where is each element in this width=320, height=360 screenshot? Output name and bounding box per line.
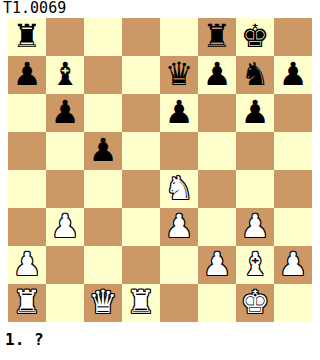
square-d8[interactable] <box>122 18 160 56</box>
white-pawn: ♟ <box>51 208 80 245</box>
white-knight: ♞ <box>165 170 194 207</box>
square-b6[interactable]: ♟ <box>46 94 84 132</box>
square-a5[interactable] <box>8 132 46 170</box>
black-pawn: ♟ <box>13 56 42 93</box>
square-c4[interactable] <box>84 170 122 208</box>
square-h2[interactable]: ♟ <box>274 246 312 284</box>
square-a2[interactable]: ♟ <box>8 246 46 284</box>
square-f6[interactable] <box>198 94 236 132</box>
white-bishop: ♝ <box>241 246 270 283</box>
square-h8[interactable] <box>274 18 312 56</box>
square-g4[interactable] <box>236 170 274 208</box>
black-pawn: ♟ <box>241 94 270 131</box>
square-c5[interactable]: ♟ <box>84 132 122 170</box>
black-rook: ♜ <box>13 18 42 55</box>
black-bishop: ♝ <box>51 56 80 93</box>
white-rook: ♜ <box>127 284 156 321</box>
square-f2[interactable]: ♟ <box>198 246 236 284</box>
square-a3[interactable] <box>8 208 46 246</box>
square-g6[interactable]: ♟ <box>236 94 274 132</box>
black-king: ♚ <box>241 18 270 55</box>
black-pawn: ♟ <box>51 94 80 131</box>
square-d4[interactable] <box>122 170 160 208</box>
white-queen: ♛ <box>89 284 118 321</box>
square-d7[interactable] <box>122 56 160 94</box>
black-pawn: ♟ <box>89 132 118 169</box>
square-a6[interactable] <box>8 94 46 132</box>
square-e8[interactable] <box>160 18 198 56</box>
square-d5[interactable] <box>122 132 160 170</box>
square-f1[interactable] <box>198 284 236 322</box>
black-knight: ♞ <box>241 56 270 93</box>
tactics-puzzle-window: T1.0069 ♜♜♚♟♝♛♟♞♟♟♟♟♟♞♟♟♟♟♟♝♟♜♛♜♚ 1. ? <box>0 0 320 360</box>
square-c1[interactable]: ♛ <box>84 284 122 322</box>
move-prompt: 1. ? <box>5 329 44 351</box>
square-f5[interactable] <box>198 132 236 170</box>
square-b5[interactable] <box>46 132 84 170</box>
white-pawn: ♟ <box>203 246 232 283</box>
square-f3[interactable] <box>198 208 236 246</box>
white-pawn: ♟ <box>279 246 308 283</box>
square-g5[interactable] <box>236 132 274 170</box>
square-e1[interactable] <box>160 284 198 322</box>
square-b8[interactable] <box>46 18 84 56</box>
square-h1[interactable] <box>274 284 312 322</box>
square-e3[interactable]: ♟ <box>160 208 198 246</box>
square-e5[interactable] <box>160 132 198 170</box>
square-e7[interactable]: ♛ <box>160 56 198 94</box>
black-pawn: ♟ <box>165 94 194 131</box>
square-c3[interactable] <box>84 208 122 246</box>
square-c7[interactable] <box>84 56 122 94</box>
square-g3[interactable]: ♟ <box>236 208 274 246</box>
square-a7[interactable]: ♟ <box>8 56 46 94</box>
white-king: ♚ <box>241 284 270 321</box>
chess-board: ♜♜♚♟♝♛♟♞♟♟♟♟♟♞♟♟♟♟♟♝♟♜♛♜♚ <box>8 18 312 322</box>
black-rook: ♜ <box>203 18 232 55</box>
square-d3[interactable] <box>122 208 160 246</box>
white-rook: ♜ <box>13 284 42 321</box>
square-g7[interactable]: ♞ <box>236 56 274 94</box>
black-queen: ♛ <box>165 56 194 93</box>
square-d6[interactable] <box>122 94 160 132</box>
black-pawn: ♟ <box>279 56 308 93</box>
square-c2[interactable] <box>84 246 122 284</box>
square-c6[interactable] <box>84 94 122 132</box>
square-b1[interactable] <box>46 284 84 322</box>
white-pawn: ♟ <box>13 246 42 283</box>
square-c8[interactable] <box>84 18 122 56</box>
square-g8[interactable]: ♚ <box>236 18 274 56</box>
square-b7[interactable]: ♝ <box>46 56 84 94</box>
square-d1[interactable]: ♜ <box>122 284 160 322</box>
square-h4[interactable] <box>274 170 312 208</box>
square-e6[interactable]: ♟ <box>160 94 198 132</box>
square-e2[interactable] <box>160 246 198 284</box>
white-pawn: ♟ <box>241 208 270 245</box>
square-f7[interactable]: ♟ <box>198 56 236 94</box>
square-h5[interactable] <box>274 132 312 170</box>
square-f4[interactable] <box>198 170 236 208</box>
square-b2[interactable] <box>46 246 84 284</box>
square-g1[interactable]: ♚ <box>236 284 274 322</box>
square-e4[interactable]: ♞ <box>160 170 198 208</box>
square-h3[interactable] <box>274 208 312 246</box>
square-b4[interactable] <box>46 170 84 208</box>
square-h7[interactable]: ♟ <box>274 56 312 94</box>
black-pawn: ♟ <box>203 56 232 93</box>
square-a1[interactable]: ♜ <box>8 284 46 322</box>
square-g2[interactable]: ♝ <box>236 246 274 284</box>
square-d2[interactable] <box>122 246 160 284</box>
puzzle-id: T1.0069 <box>3 0 66 17</box>
square-f8[interactable]: ♜ <box>198 18 236 56</box>
square-b3[interactable]: ♟ <box>46 208 84 246</box>
white-pawn: ♟ <box>165 208 194 245</box>
square-a8[interactable]: ♜ <box>8 18 46 56</box>
square-a4[interactable] <box>8 170 46 208</box>
square-h6[interactable] <box>274 94 312 132</box>
